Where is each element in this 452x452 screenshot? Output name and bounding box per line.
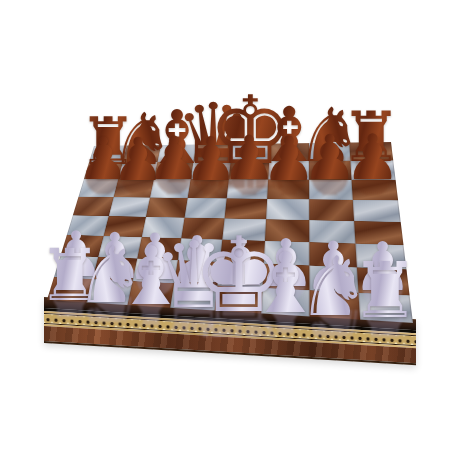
- square-e8: [231, 144, 270, 162]
- square-a2: [54, 255, 98, 279]
- square-c7: [154, 162, 194, 180]
- square-c4: [142, 217, 185, 238]
- square-h4: [354, 221, 403, 245]
- square-b5: [109, 197, 150, 217]
- board-grid: [47, 142, 413, 323]
- square-a8: [89, 146, 127, 163]
- square-g3: [309, 242, 357, 267]
- square-g7: [309, 161, 351, 180]
- square-g1: [309, 290, 360, 319]
- square-e5: [225, 198, 268, 219]
- square-e3: [220, 240, 265, 264]
- square-g4: [309, 220, 355, 243]
- square-b7: [118, 162, 157, 179]
- square-h8: [349, 142, 393, 161]
- square-d4: [181, 218, 224, 240]
- square-g2: [309, 266, 358, 293]
- square-a1: [47, 277, 92, 302]
- square-a6: [79, 179, 119, 197]
- square-d1: [170, 283, 217, 310]
- square-g6: [309, 180, 353, 200]
- square-c2: [133, 259, 178, 284]
- square-b1: [86, 279, 132, 305]
- square-c1: [128, 281, 175, 308]
- square-h6: [352, 180, 399, 201]
- square-c3: [137, 237, 181, 260]
- square-c8: [158, 145, 197, 162]
- square-d5: [185, 198, 227, 218]
- square-b4: [104, 216, 146, 237]
- square-g8: [309, 143, 350, 161]
- square-d7: [191, 161, 231, 179]
- chess-set-photo: ♜♜♞♞♝♝♛♛♚♚♝♝♞♞♜♜♟♟♟♟♟♟♟♟♟♟♟♟♟♟♟♟♟♟♟♟♟♟♟♟…: [0, 0, 452, 452]
- square-e4: [222, 218, 266, 240]
- square-c6: [150, 179, 191, 198]
- square-f7: [268, 161, 309, 180]
- square-h5: [353, 200, 401, 222]
- square-b8: [123, 145, 161, 162]
- square-a5: [73, 197, 114, 216]
- square-h3: [355, 244, 406, 270]
- square-e7: [229, 161, 269, 179]
- square-f6: [267, 180, 309, 200]
- square-b6: [114, 179, 154, 197]
- chess-board: [47, 142, 413, 323]
- square-g5: [309, 199, 354, 221]
- square-a4: [67, 215, 109, 236]
- square-f1: [261, 288, 309, 317]
- square-h7: [350, 160, 395, 179]
- square-f3: [264, 241, 310, 266]
- square-h1: [358, 293, 413, 323]
- square-e2: [217, 262, 263, 288]
- square-d3: [178, 238, 223, 262]
- square-a3: [61, 235, 104, 257]
- square-d2: [174, 260, 220, 285]
- square-d6: [188, 179, 229, 198]
- square-b2: [92, 257, 137, 281]
- square-b3: [98, 236, 142, 259]
- square-e6: [227, 179, 268, 198]
- square-e1: [215, 286, 263, 314]
- square-f2: [262, 264, 309, 291]
- square-f8: [269, 143, 309, 161]
- square-f5: [266, 199, 309, 220]
- square-a7: [84, 162, 123, 179]
- square-d8: [193, 144, 232, 161]
- square-h2: [357, 267, 410, 295]
- square-f4: [265, 219, 309, 242]
- square-c5: [146, 198, 188, 218]
